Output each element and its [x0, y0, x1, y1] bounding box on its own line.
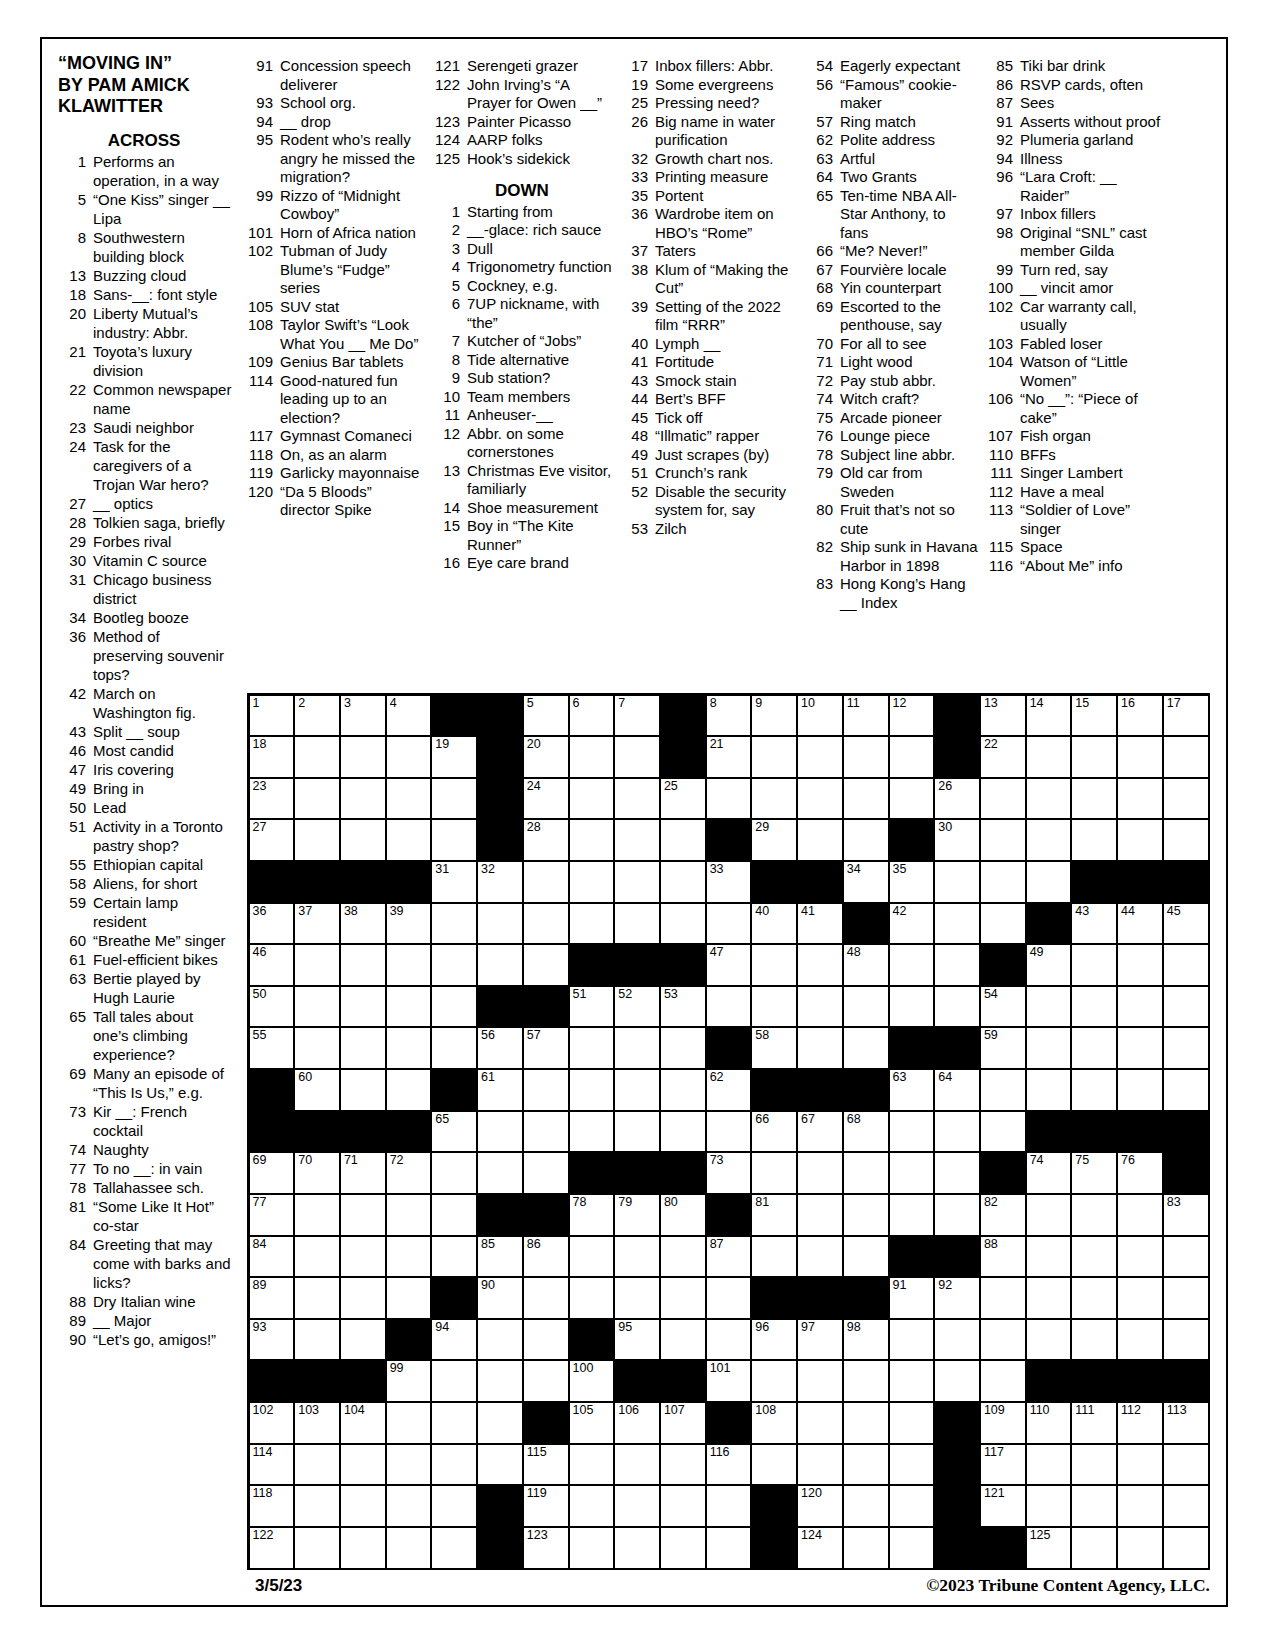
grid-cell[interactable]: 9	[752, 696, 796, 736]
grid-cell[interactable]	[524, 904, 568, 944]
grid-cell[interactable]	[844, 1528, 888, 1568]
grid-cell[interactable]: 118	[250, 1486, 294, 1526]
grid-cell[interactable]	[615, 1445, 659, 1485]
grid-cell[interactable]	[295, 987, 339, 1027]
grid-cell[interactable]	[1118, 820, 1162, 860]
grid-cell[interactable]	[798, 1195, 842, 1235]
grid-cell[interactable]	[341, 945, 385, 985]
grid-cell[interactable]	[935, 1153, 979, 1193]
grid-cell[interactable]	[615, 1486, 659, 1526]
grid-cell[interactable]	[1027, 779, 1071, 819]
grid-cell[interactable]	[432, 1361, 476, 1401]
grid-cell[interactable]	[1027, 862, 1071, 902]
grid-cell[interactable]: 85	[478, 1237, 522, 1277]
grid-cell[interactable]	[981, 904, 1025, 944]
grid-cell[interactable]	[1164, 987, 1208, 1027]
grid-cell[interactable]	[935, 945, 979, 985]
grid-cell[interactable]: 33	[707, 862, 751, 902]
grid-cell[interactable]	[432, 1486, 476, 1526]
grid-cell[interactable]	[432, 1153, 476, 1193]
grid-cell[interactable]: 2	[295, 696, 339, 736]
grid-cell[interactable]	[981, 1361, 1025, 1401]
grid-cell[interactable]	[341, 820, 385, 860]
grid-cell[interactable]	[570, 820, 614, 860]
grid-cell[interactable]	[890, 987, 934, 1027]
grid-cell[interactable]	[844, 1028, 888, 1068]
grid-cell[interactable]	[341, 1278, 385, 1318]
grid-cell[interactable]	[661, 862, 705, 902]
grid-cell[interactable]: 38	[341, 904, 385, 944]
grid-cell[interactable]	[798, 779, 842, 819]
grid-cell[interactable]	[798, 1153, 842, 1193]
grid-cell[interactable]	[1118, 737, 1162, 777]
grid-cell[interactable]	[295, 945, 339, 985]
grid-cell[interactable]: 79	[615, 1195, 659, 1235]
grid-cell[interactable]	[1118, 987, 1162, 1027]
grid-cell[interactable]	[1118, 945, 1162, 985]
grid-cell[interactable]	[524, 1361, 568, 1401]
grid-cell[interactable]	[387, 1195, 431, 1235]
grid-cell[interactable]: 112	[1118, 1403, 1162, 1443]
grid-cell[interactable]	[707, 1486, 751, 1526]
grid-cell[interactable]: 18	[250, 737, 294, 777]
grid-cell[interactable]	[1164, 779, 1208, 819]
grid-cell[interactable]	[661, 1237, 705, 1277]
grid-cell[interactable]: 5	[524, 696, 568, 736]
grid-cell[interactable]: 77	[250, 1195, 294, 1235]
grid-cell[interactable]	[341, 1528, 385, 1568]
grid-cell[interactable]	[981, 779, 1025, 819]
grid-cell[interactable]: 62	[707, 1070, 751, 1110]
grid-cell[interactable]: 47	[707, 945, 751, 985]
grid-cell[interactable]	[798, 1361, 842, 1401]
grid-cell[interactable]: 55	[250, 1028, 294, 1068]
grid-cell[interactable]	[752, 945, 796, 985]
grid-cell[interactable]: 23	[250, 779, 294, 819]
grid-cell[interactable]	[341, 1195, 385, 1235]
grid-cell[interactable]	[570, 779, 614, 819]
grid-cell[interactable]: 21	[707, 737, 751, 777]
grid-cell[interactable]: 59	[981, 1028, 1025, 1068]
grid-cell[interactable]	[478, 945, 522, 985]
grid-cell[interactable]	[295, 779, 339, 819]
grid-cell[interactable]	[752, 1361, 796, 1401]
grid-cell[interactable]	[570, 1112, 614, 1152]
grid-cell[interactable]	[1027, 1320, 1071, 1360]
grid-cell[interactable]	[1027, 1070, 1071, 1110]
grid-cell[interactable]: 84	[250, 1237, 294, 1277]
grid-cell[interactable]: 49	[1027, 945, 1071, 985]
grid-cell[interactable]	[615, 1070, 659, 1110]
grid-cell[interactable]: 83	[1164, 1195, 1208, 1235]
grid-cell[interactable]	[844, 1195, 888, 1235]
grid-cell[interactable]	[478, 1361, 522, 1401]
grid-cell[interactable]	[890, 1112, 934, 1152]
grid-cell[interactable]: 24	[524, 779, 568, 819]
grid-cell[interactable]: 71	[341, 1153, 385, 1193]
grid-cell[interactable]	[844, 1403, 888, 1443]
grid-cell[interactable]: 34	[844, 862, 888, 902]
grid-cell[interactable]: 125	[1027, 1528, 1071, 1568]
grid-cell[interactable]	[1072, 1445, 1116, 1485]
grid-cell[interactable]	[341, 779, 385, 819]
grid-cell[interactable]	[844, 737, 888, 777]
grid-cell[interactable]: 36	[250, 904, 294, 944]
grid-cell[interactable]	[570, 737, 614, 777]
grid-cell[interactable]	[1164, 1528, 1208, 1568]
grid-cell[interactable]	[341, 1070, 385, 1110]
grid-cell[interactable]	[981, 820, 1025, 860]
grid-cell[interactable]	[1027, 1237, 1071, 1277]
grid-cell[interactable]	[707, 1112, 751, 1152]
grid-cell[interactable]	[295, 1486, 339, 1526]
grid-cell[interactable]	[707, 779, 751, 819]
grid-cell[interactable]	[524, 862, 568, 902]
grid-cell[interactable]	[1164, 945, 1208, 985]
grid-cell[interactable]	[432, 987, 476, 1027]
grid-cell[interactable]	[890, 1153, 934, 1193]
grid-cell[interactable]	[1164, 820, 1208, 860]
grid-cell[interactable]	[387, 1278, 431, 1318]
grid-cell[interactable]: 15	[1072, 696, 1116, 736]
grid-cell[interactable]	[707, 1278, 751, 1318]
grid-cell[interactable]	[387, 779, 431, 819]
grid-cell[interactable]	[707, 904, 751, 944]
grid-cell[interactable]	[341, 1486, 385, 1526]
grid-cell[interactable]: 45	[1164, 904, 1208, 944]
grid-cell[interactable]	[890, 1445, 934, 1485]
grid-cell[interactable]	[295, 1278, 339, 1318]
grid-cell[interactable]: 80	[661, 1195, 705, 1235]
grid-cell[interactable]	[295, 1237, 339, 1277]
grid-cell[interactable]	[890, 1195, 934, 1235]
grid-cell[interactable]	[570, 1486, 614, 1526]
grid-cell[interactable]	[615, 904, 659, 944]
grid-cell[interactable]: 114	[250, 1445, 294, 1485]
grid-cell[interactable]	[432, 1028, 476, 1068]
grid-cell[interactable]: 78	[570, 1195, 614, 1235]
grid-cell[interactable]: 124	[798, 1528, 842, 1568]
grid-cell[interactable]	[295, 1320, 339, 1360]
grid-cell[interactable]	[387, 1528, 431, 1568]
grid-cell[interactable]	[615, 1528, 659, 1568]
grid-cell[interactable]: 120	[798, 1486, 842, 1526]
grid-cell[interactable]	[752, 1445, 796, 1485]
grid-cell[interactable]: 96	[752, 1320, 796, 1360]
grid-cell[interactable]: 63	[890, 1070, 934, 1110]
grid-cell[interactable]	[890, 1361, 934, 1401]
grid-cell[interactable]: 35	[890, 862, 934, 902]
grid-cell[interactable]	[387, 987, 431, 1027]
grid-cell[interactable]: 39	[387, 904, 431, 944]
grid-cell[interactable]	[1027, 1195, 1071, 1235]
grid-cell[interactable]	[387, 1028, 431, 1068]
grid-cell[interactable]	[935, 1112, 979, 1152]
grid-cell[interactable]	[524, 945, 568, 985]
grid-cell[interactable]: 64	[935, 1070, 979, 1110]
grid-cell[interactable]	[432, 945, 476, 985]
grid-cell[interactable]	[341, 1320, 385, 1360]
grid-cell[interactable]: 82	[981, 1195, 1025, 1235]
grid-cell[interactable]: 61	[478, 1070, 522, 1110]
grid-cell[interactable]: 95	[615, 1320, 659, 1360]
grid-cell[interactable]	[1118, 1528, 1162, 1568]
grid-cell[interactable]	[1164, 1445, 1208, 1485]
grid-cell[interactable]: 27	[250, 820, 294, 860]
grid-cell[interactable]: 1	[250, 696, 294, 736]
grid-cell[interactable]	[1164, 1028, 1208, 1068]
grid-cell[interactable]	[387, 1070, 431, 1110]
grid-cell[interactable]	[478, 904, 522, 944]
grid-cell[interactable]: 98	[844, 1320, 888, 1360]
grid-cell[interactable]	[570, 1278, 614, 1318]
grid-cell[interactable]	[432, 1528, 476, 1568]
grid-cell[interactable]	[1072, 1486, 1116, 1526]
grid-cell[interactable]	[432, 1445, 476, 1485]
grid-cell[interactable]	[432, 1237, 476, 1277]
grid-cell[interactable]	[615, 820, 659, 860]
grid-cell[interactable]	[1072, 1278, 1116, 1318]
grid-cell[interactable]	[615, 737, 659, 777]
grid-cell[interactable]: 30	[935, 820, 979, 860]
grid-cell[interactable]	[432, 1195, 476, 1235]
grid-cell[interactable]	[295, 1195, 339, 1235]
grid-cell[interactable]: 110	[1027, 1403, 1071, 1443]
grid-cell[interactable]	[1164, 1278, 1208, 1318]
grid-cell[interactable]: 50	[250, 987, 294, 1027]
grid-cell[interactable]: 43	[1072, 904, 1116, 944]
grid-cell[interactable]: 99	[387, 1361, 431, 1401]
grid-cell[interactable]	[478, 1112, 522, 1152]
grid-cell[interactable]	[798, 737, 842, 777]
grid-cell[interactable]: 28	[524, 820, 568, 860]
grid-cell[interactable]	[1118, 1278, 1162, 1318]
grid-cell[interactable]: 16	[1118, 696, 1162, 736]
grid-cell[interactable]	[890, 779, 934, 819]
grid-cell[interactable]	[661, 1320, 705, 1360]
grid-cell[interactable]	[432, 1403, 476, 1443]
grid-cell[interactable]: 109	[981, 1403, 1025, 1443]
grid-cell[interactable]	[1164, 737, 1208, 777]
grid-cell[interactable]	[387, 1445, 431, 1485]
grid-cell[interactable]	[844, 1445, 888, 1485]
grid-cell[interactable]: 4	[387, 696, 431, 736]
grid-cell[interactable]	[1072, 1028, 1116, 1068]
grid-cell[interactable]	[1118, 1237, 1162, 1277]
grid-cell[interactable]	[798, 820, 842, 860]
grid-cell[interactable]	[890, 1528, 934, 1568]
grid-cell[interactable]	[615, 779, 659, 819]
grid-cell[interactable]: 14	[1027, 696, 1071, 736]
grid-cell[interactable]	[661, 1486, 705, 1526]
grid-cell[interactable]	[570, 904, 614, 944]
grid-cell[interactable]: 91	[890, 1278, 934, 1318]
grid-cell[interactable]	[661, 1445, 705, 1485]
grid-cell[interactable]: 17	[1164, 696, 1208, 736]
grid-cell[interactable]: 60	[295, 1070, 339, 1110]
grid-cell[interactable]: 119	[524, 1486, 568, 1526]
grid-cell[interactable]	[752, 1153, 796, 1193]
grid-cell[interactable]	[661, 1070, 705, 1110]
grid-cell[interactable]	[1072, 1528, 1116, 1568]
grid-cell[interactable]	[387, 737, 431, 777]
grid-cell[interactable]	[798, 1237, 842, 1277]
grid-cell[interactable]	[1072, 945, 1116, 985]
grid-cell[interactable]: 20	[524, 737, 568, 777]
grid-cell[interactable]	[844, 779, 888, 819]
grid-cell[interactable]	[661, 1278, 705, 1318]
grid-cell[interactable]	[981, 1278, 1025, 1318]
grid-cell[interactable]	[1027, 1028, 1071, 1068]
grid-cell[interactable]	[1072, 820, 1116, 860]
grid-cell[interactable]: 70	[295, 1153, 339, 1193]
grid-cell[interactable]	[524, 1070, 568, 1110]
grid-cell[interactable]	[387, 945, 431, 985]
grid-cell[interactable]	[1072, 1195, 1116, 1235]
grid-cell[interactable]	[1118, 779, 1162, 819]
grid-cell[interactable]	[661, 1028, 705, 1068]
grid-cell[interactable]: 105	[570, 1403, 614, 1443]
grid-cell[interactable]	[1164, 1070, 1208, 1110]
grid-cell[interactable]	[478, 1320, 522, 1360]
grid-cell[interactable]: 88	[981, 1237, 1025, 1277]
grid-cell[interactable]	[1118, 1320, 1162, 1360]
grid-cell[interactable]	[295, 1445, 339, 1485]
grid-cell[interactable]: 121	[981, 1486, 1025, 1526]
grid-cell[interactable]	[387, 820, 431, 860]
grid-cell[interactable]	[935, 1361, 979, 1401]
grid-cell[interactable]	[661, 820, 705, 860]
grid-cell[interactable]	[752, 737, 796, 777]
grid-cell[interactable]	[341, 1028, 385, 1068]
grid-cell[interactable]	[387, 1486, 431, 1526]
grid-cell[interactable]: 29	[752, 820, 796, 860]
grid-cell[interactable]: 26	[935, 779, 979, 819]
grid-cell[interactable]	[661, 1112, 705, 1152]
grid-cell[interactable]	[570, 862, 614, 902]
grid-cell[interactable]	[935, 1320, 979, 1360]
grid-cell[interactable]	[341, 1237, 385, 1277]
grid-cell[interactable]	[1027, 737, 1071, 777]
grid-cell[interactable]	[935, 904, 979, 944]
grid-cell[interactable]	[295, 737, 339, 777]
grid-cell[interactable]	[935, 1195, 979, 1235]
grid-cell[interactable]	[1118, 1486, 1162, 1526]
grid-cell[interactable]	[844, 987, 888, 1027]
grid-cell[interactable]: 104	[341, 1403, 385, 1443]
grid-cell[interactable]: 97	[798, 1320, 842, 1360]
grid-cell[interactable]	[844, 1153, 888, 1193]
grid-cell[interactable]	[1072, 737, 1116, 777]
grid-cell[interactable]: 74	[1027, 1153, 1071, 1193]
grid-cell[interactable]	[844, 1361, 888, 1401]
grid-cell[interactable]: 73	[707, 1153, 751, 1193]
grid-cell[interactable]	[1027, 1486, 1071, 1526]
grid-cell[interactable]: 8	[707, 696, 751, 736]
grid-cell[interactable]	[1072, 1237, 1116, 1277]
grid-cell[interactable]: 3	[341, 696, 385, 736]
grid-cell[interactable]: 31	[432, 862, 476, 902]
grid-cell[interactable]: 107	[661, 1403, 705, 1443]
grid-cell[interactable]: 32	[478, 862, 522, 902]
grid-cell[interactable]	[844, 820, 888, 860]
grid-cell[interactable]: 116	[707, 1445, 751, 1485]
grid-cell[interactable]: 19	[432, 737, 476, 777]
grid-cell[interactable]	[981, 862, 1025, 902]
grid-cell[interactable]: 115	[524, 1445, 568, 1485]
grid-cell[interactable]	[890, 1486, 934, 1526]
grid-cell[interactable]	[1118, 1070, 1162, 1110]
grid-cell[interactable]: 58	[752, 1028, 796, 1068]
grid-cell[interactable]	[570, 1070, 614, 1110]
grid-cell[interactable]: 86	[524, 1237, 568, 1277]
grid-cell[interactable]: 94	[432, 1320, 476, 1360]
grid-cell[interactable]: 123	[524, 1528, 568, 1568]
grid-cell[interactable]: 7	[615, 696, 659, 736]
grid-cell[interactable]: 46	[250, 945, 294, 985]
grid-cell[interactable]	[844, 1486, 888, 1526]
grid-cell[interactable]: 6	[570, 696, 614, 736]
grid-cell[interactable]	[1072, 779, 1116, 819]
grid-cell[interactable]	[1072, 1320, 1116, 1360]
grid-cell[interactable]	[798, 987, 842, 1027]
grid-cell[interactable]: 122	[250, 1528, 294, 1568]
grid-cell[interactable]	[890, 1403, 934, 1443]
grid-cell[interactable]	[1072, 987, 1116, 1027]
grid-cell[interactable]: 72	[387, 1153, 431, 1193]
grid-cell[interactable]	[341, 987, 385, 1027]
grid-cell[interactable]: 48	[844, 945, 888, 985]
grid-cell[interactable]	[1027, 987, 1071, 1027]
grid-cell[interactable]	[432, 904, 476, 944]
grid-cell[interactable]	[478, 1403, 522, 1443]
grid-cell[interactable]	[341, 1445, 385, 1485]
grid-cell[interactable]	[1164, 1320, 1208, 1360]
grid-cell[interactable]	[478, 1153, 522, 1193]
grid-cell[interactable]	[570, 1028, 614, 1068]
grid-cell[interactable]	[1027, 1278, 1071, 1318]
grid-cell[interactable]	[707, 987, 751, 1027]
grid-cell[interactable]	[981, 1112, 1025, 1152]
grid-cell[interactable]: 42	[890, 904, 934, 944]
grid-cell[interactable]	[798, 1403, 842, 1443]
grid-cell[interactable]: 57	[524, 1028, 568, 1068]
grid-cell[interactable]: 111	[1072, 1403, 1116, 1443]
grid-cell[interactable]	[615, 1112, 659, 1152]
grid-cell[interactable]	[478, 1445, 522, 1485]
grid-cell[interactable]: 106	[615, 1403, 659, 1443]
grid-cell[interactable]	[890, 737, 934, 777]
grid-cell[interactable]	[295, 1528, 339, 1568]
grid-cell[interactable]: 68	[844, 1112, 888, 1152]
grid-cell[interactable]	[387, 1237, 431, 1277]
grid-cell[interactable]: 108	[752, 1403, 796, 1443]
grid-cell[interactable]: 56	[478, 1028, 522, 1068]
grid-cell[interactable]	[707, 1528, 751, 1568]
grid-cell[interactable]: 52	[615, 987, 659, 1027]
grid-cell[interactable]	[387, 1403, 431, 1443]
grid-cell[interactable]: 66	[752, 1112, 796, 1152]
grid-cell[interactable]: 117	[981, 1445, 1025, 1485]
grid-cell[interactable]	[1164, 1237, 1208, 1277]
grid-cell[interactable]	[935, 862, 979, 902]
grid-cell[interactable]	[798, 1028, 842, 1068]
grid-cell[interactable]	[890, 945, 934, 985]
grid-cell[interactable]	[707, 1320, 751, 1360]
grid-cell[interactable]: 76	[1118, 1153, 1162, 1193]
grid-cell[interactable]: 11	[844, 696, 888, 736]
grid-cell[interactable]	[570, 1528, 614, 1568]
